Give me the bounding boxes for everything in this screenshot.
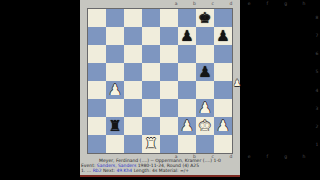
square-g7[interactable] (196, 27, 214, 45)
white-king-g2[interactable]: ♚ (198, 118, 211, 133)
square-c3[interactable] (124, 99, 142, 117)
square-d6[interactable] (142, 45, 160, 63)
square-b3[interactable] (106, 99, 124, 117)
square-g1[interactable] (196, 135, 214, 153)
square-e2[interactable] (160, 117, 178, 135)
square-c6[interactable] (124, 45, 142, 63)
square-h1[interactable] (214, 135, 232, 153)
square-h7[interactable]: ♟ (214, 27, 232, 45)
square-f2[interactable]: ♟ (178, 117, 196, 135)
square-e3[interactable] (160, 99, 178, 117)
coord-label: h (295, 154, 313, 159)
square-g4[interactable] (196, 81, 214, 99)
caption-text: 1. … (81, 168, 93, 173)
coord-label: 3 (314, 99, 320, 117)
square-g5[interactable]: ♟ (196, 63, 214, 81)
square-a7[interactable] (88, 27, 106, 45)
square-a4[interactable] (88, 81, 106, 99)
square-b1[interactable] (106, 135, 124, 153)
file-labels-top: abcdefgh (167, 1, 313, 7)
white-pawn-b4[interactable]: ♟ (108, 82, 121, 97)
coord-label: 6 (314, 45, 320, 63)
black-pawn-g5[interactable]: ♟ (198, 64, 211, 79)
square-c5[interactable] (124, 63, 142, 81)
square-d4[interactable] (142, 81, 160, 99)
right-black-bar (240, 0, 320, 180)
square-b4[interactable]: ♟ (106, 81, 124, 99)
square-d8[interactable] (142, 9, 160, 27)
white-pawn-g3[interactable]: ♟ (198, 100, 211, 115)
square-b7[interactable] (106, 27, 124, 45)
square-d2[interactable] (142, 117, 160, 135)
white-rook-d1[interactable]: ♜ (144, 136, 157, 151)
square-c4[interactable] (124, 81, 142, 99)
square-c7[interactable] (124, 27, 142, 45)
caption-text: Length: 4s Material: =/+ (132, 168, 189, 173)
coord-label: 7 (314, 26, 320, 44)
bottom-accent-line (80, 175, 240, 177)
coord-label: f (258, 1, 276, 7)
coord-label: h (295, 1, 313, 7)
coord-label: d (222, 1, 240, 7)
square-e1[interactable] (160, 135, 178, 153)
square-e6[interactable] (160, 45, 178, 63)
square-e4[interactable] (160, 81, 178, 99)
square-g8[interactable]: ♚ (196, 9, 214, 27)
rank-labels-right: 87654321 (314, 8, 320, 154)
square-f8[interactable] (178, 9, 196, 27)
square-a1[interactable] (88, 135, 106, 153)
square-d1[interactable]: ♜ (142, 135, 160, 153)
coord-label: 1 (314, 136, 320, 154)
square-f3[interactable] (178, 99, 196, 117)
square-h3[interactable] (214, 99, 232, 117)
square-a3[interactable] (88, 99, 106, 117)
coord-label: e (240, 1, 258, 7)
square-a8[interactable] (88, 9, 106, 27)
coord-label: c (204, 1, 222, 7)
coord-label: 5 (314, 63, 320, 81)
square-h4[interactable] (214, 81, 232, 99)
coord-label: 8 (314, 8, 320, 26)
left-black-bar (0, 0, 80, 180)
square-g6[interactable] (196, 45, 214, 63)
square-a2[interactable] (88, 117, 106, 135)
square-e5[interactable] (160, 63, 178, 81)
caption-link-text: Rb2 (93, 168, 102, 173)
black-pawn-f7[interactable]: ♟ (180, 28, 193, 43)
square-b6[interactable] (106, 45, 124, 63)
black-king-g8[interactable]: ♚ (198, 10, 211, 25)
square-f1[interactable] (178, 135, 196, 153)
square-a5[interactable] (88, 63, 106, 81)
black-pawn-h7[interactable]: ♟ (216, 28, 229, 43)
square-b2[interactable]: ♜ (106, 117, 124, 135)
square-a6[interactable] (88, 45, 106, 63)
square-d7[interactable] (142, 27, 160, 45)
chess-board[interactable]: ♚♟♟♟♟♟♜♟♚♟♜ (87, 8, 233, 154)
square-c2[interactable] (124, 117, 142, 135)
square-b8[interactable] (106, 9, 124, 27)
square-d3[interactable] (142, 99, 160, 117)
square-d5[interactable] (142, 63, 160, 81)
square-b5[interactable] (106, 63, 124, 81)
video-frame: abcdefgh abcdefgh 87654321 87654321 ♚♟♟♟… (0, 0, 320, 180)
coord-label: e (240, 154, 258, 159)
square-f4[interactable] (178, 81, 196, 99)
coord-label: 2 (314, 118, 320, 136)
square-h6[interactable] (214, 45, 232, 63)
square-g2[interactable]: ♚ (196, 117, 214, 135)
square-h5[interactable] (214, 63, 232, 81)
square-c1[interactable] (124, 135, 142, 153)
caption-link-text: 49.Kh4 (116, 168, 132, 173)
square-f7[interactable]: ♟ (178, 27, 196, 45)
coord-label: 4 (314, 81, 320, 99)
square-h2[interactable]: ♟ (214, 117, 232, 135)
square-c8[interactable] (124, 9, 142, 27)
square-h8[interactable] (214, 9, 232, 27)
coord-label: f (258, 154, 276, 159)
caption-text: Next: (102, 168, 117, 173)
black-rook-b2[interactable]: ♜ (108, 118, 121, 133)
coord-label: a (167, 1, 185, 7)
square-g3[interactable]: ♟ (196, 99, 214, 117)
white-pawn-h2[interactable]: ♟ (216, 118, 229, 133)
side-to-move-indicator: ♟ (233, 77, 241, 89)
white-pawn-f2[interactable]: ♟ (180, 118, 193, 133)
square-e7[interactable] (160, 27, 178, 45)
square-e8[interactable] (160, 9, 178, 27)
coord-label: b (185, 1, 203, 7)
square-f6[interactable] (178, 45, 196, 63)
square-f5[interactable] (178, 63, 196, 81)
move-info-line: 1. … Rb2 Next: 49.Kh4 Length: 4s Materia… (80, 168, 241, 173)
coord-label: g (277, 154, 295, 159)
coord-label: g (277, 1, 295, 7)
